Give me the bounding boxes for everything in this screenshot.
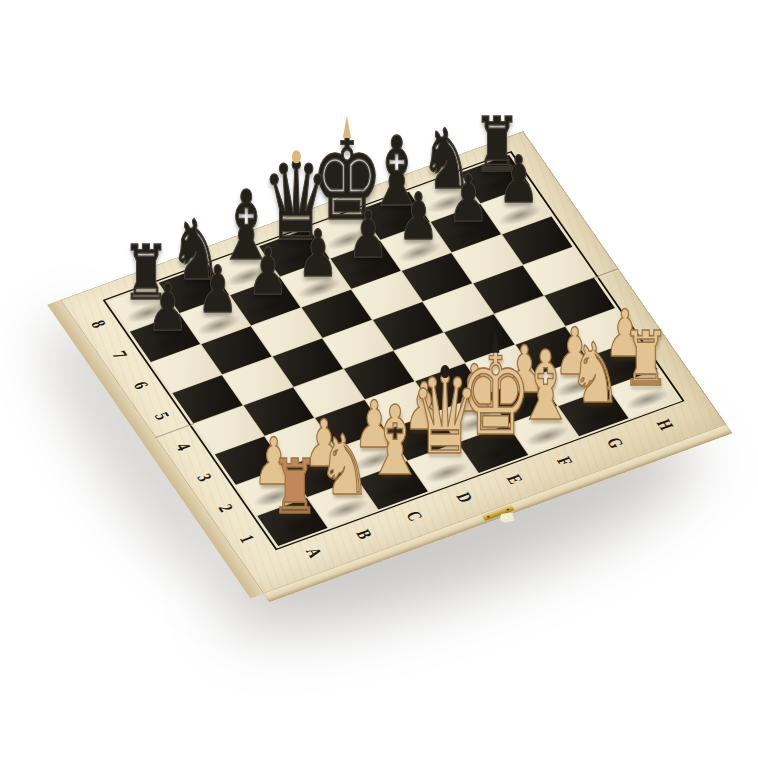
piece-glyph: ♟ [197, 258, 238, 323]
piece-glyph: ♟ [247, 239, 288, 304]
piece-glyph: ♟ [447, 166, 488, 231]
piece-glyph: ♟ [397, 184, 438, 249]
piece-glyph: ♞ [318, 424, 371, 507]
piece-glyph: ♟ [297, 221, 338, 286]
piece-glyph: ♟ [146, 276, 187, 341]
piece-glyph: ♟ [498, 148, 539, 213]
clasp-pin-icon [506, 508, 510, 510]
clasp-pin-icon [486, 516, 490, 518]
piece-glyph: ♞ [569, 332, 622, 415]
piece-glyph: ♜ [271, 450, 319, 525]
piece-glyph: ♜ [622, 322, 670, 397]
piece-glyph: ♝ [364, 392, 425, 488]
folding-chess-box: 87654321 ABCDEFGH ♜♞♝♛♚♝♞♜♟♟♟♟♟♟♟♟♟♟♟♟♟♟… [60, 131, 727, 594]
box-top-surface: 87654321 ABCDEFGH ♜♞♝♛♚♝♞♜♟♟♟♟♟♟♟♟♟♟♟♟♟♟… [60, 131, 727, 594]
piece-glyph: ♟ [347, 203, 388, 268]
product-photo-scene: 87654321 ABCDEFGH ♜♞♝♛♚♝♞♜♟♟♟♟♟♟♟♟♟♟♟♟♟♟… [0, 0, 758, 758]
